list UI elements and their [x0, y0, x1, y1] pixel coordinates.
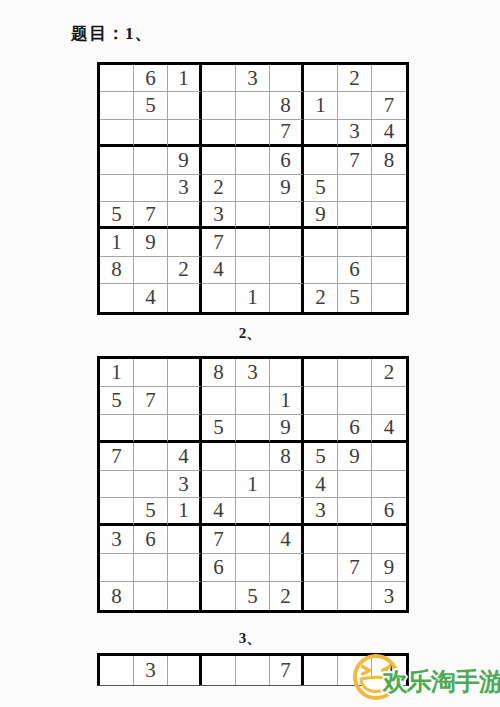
- sudoku-cell: [134, 175, 168, 202]
- sudoku-cell: 4: [134, 284, 168, 311]
- sudoku-cell: 6: [134, 526, 168, 554]
- sudoku-cell: 9: [372, 554, 406, 582]
- sudoku-cell: 7: [134, 387, 168, 415]
- sudoku-cell: 8: [100, 582, 134, 610]
- sudoku-cell: 1: [100, 359, 134, 387]
- sudoku-cell: [134, 257, 168, 284]
- sudoku-cell: [168, 526, 202, 554]
- sudoku-cell: 3: [236, 65, 270, 92]
- sudoku-cell: [134, 120, 168, 147]
- sudoku-cell: [168, 202, 202, 229]
- sudoku-cell: [270, 257, 304, 284]
- sudoku-cell: [100, 65, 134, 92]
- sudoku-cell: 3: [100, 526, 134, 554]
- sudoku-cell: 1: [100, 229, 134, 256]
- sudoku-cell: [372, 526, 406, 554]
- sudoku-cell: 9: [168, 147, 202, 174]
- sudoku-cell: 6: [372, 498, 406, 526]
- sudoku-cell: 3: [134, 656, 168, 685]
- sudoku-cell: 9: [134, 229, 168, 256]
- sudoku-cell: 1: [168, 498, 202, 526]
- sudoku-cell: [202, 582, 236, 610]
- sudoku-cell: 5: [304, 175, 338, 202]
- sudoku-cell: 2: [338, 65, 372, 92]
- sudoku-cell: 5: [134, 498, 168, 526]
- sudoku-cell: [202, 471, 236, 499]
- sudoku-cell: [236, 498, 270, 526]
- sudoku-cell: [100, 498, 134, 526]
- sudoku-cell: [134, 147, 168, 174]
- sudoku-cell: [270, 65, 304, 92]
- sudoku-cell: [338, 92, 372, 119]
- sudoku-cell: 2: [304, 284, 338, 311]
- sudoku-cell: 8: [270, 443, 304, 471]
- sudoku-cell: 5: [236, 582, 270, 610]
- sudoku-cell: [304, 387, 338, 415]
- sudoku-cell: 3: [372, 582, 406, 610]
- sudoku-cell: 8: [372, 147, 406, 174]
- sudoku-cell: 5: [100, 202, 134, 229]
- puzzle-2-label: 2、: [97, 324, 403, 343]
- sudoku-cell: [168, 120, 202, 147]
- sudoku-cell: 2: [168, 257, 202, 284]
- sudoku-cell: [202, 387, 236, 415]
- sudoku-cell: [236, 120, 270, 147]
- sudoku-cell: [372, 65, 406, 92]
- sudoku-cell: [338, 175, 372, 202]
- sudoku-cell: 4: [372, 120, 406, 147]
- sudoku-cell: [202, 65, 236, 92]
- sudoku-cell: 7: [338, 147, 372, 174]
- sudoku-cell: [100, 175, 134, 202]
- sudoku-cell: 6: [338, 415, 372, 443]
- sudoku-cell: 2: [372, 359, 406, 387]
- sudoku-cell: 4: [270, 526, 304, 554]
- sudoku-cell: [304, 120, 338, 147]
- sudoku-cell: [304, 147, 338, 174]
- sudoku-cell: 5: [202, 415, 236, 443]
- sudoku-cell: 2: [270, 582, 304, 610]
- sudoku-cell: [338, 359, 372, 387]
- sudoku-cell: [338, 498, 372, 526]
- sudoku-cell: 3: [168, 471, 202, 499]
- sudoku-cell: 3: [168, 175, 202, 202]
- sudoku-cell: [100, 147, 134, 174]
- sudoku-cell: [202, 92, 236, 119]
- sudoku-cell: [236, 443, 270, 471]
- sudoku-cell: [338, 582, 372, 610]
- sudoku-cell: [100, 471, 134, 499]
- sudoku-cell: [100, 415, 134, 443]
- sudoku-grid-1: 6132581773496783295573919782464125: [97, 62, 409, 315]
- sudoku-cell: [168, 387, 202, 415]
- sudoku-cell: [236, 415, 270, 443]
- sudoku-cell: [304, 582, 338, 610]
- sudoku-cell: 1: [236, 284, 270, 311]
- sudoku-cell: [202, 120, 236, 147]
- sudoku-cell: 9: [338, 443, 372, 471]
- sudoku-cell: 1: [168, 65, 202, 92]
- sudoku-cell: [236, 202, 270, 229]
- sudoku-cell: 4: [372, 415, 406, 443]
- sudoku-cell: [168, 359, 202, 387]
- sudoku-cell: 4: [202, 257, 236, 284]
- sudoku-cell: 3: [236, 359, 270, 387]
- sudoku-cell: [236, 175, 270, 202]
- sudoku-cell: [270, 229, 304, 256]
- sudoku-cell: [100, 120, 134, 147]
- sudoku-cell: 8: [202, 359, 236, 387]
- sudoku-cell: 7: [270, 656, 304, 685]
- sudoku-cell: [236, 526, 270, 554]
- worksheet-page: 题目：1、 6132581773496783295573919782464125…: [0, 0, 500, 707]
- sudoku-cell: [304, 359, 338, 387]
- sudoku-cell: [100, 92, 134, 119]
- sudoku-cell: [304, 415, 338, 443]
- sudoku-cell: [372, 175, 406, 202]
- sudoku-cell: [270, 554, 304, 582]
- sudoku-cell: [134, 415, 168, 443]
- sudoku-cell: 5: [304, 443, 338, 471]
- sudoku-cell: [338, 656, 372, 685]
- sudoku-cell: 1: [304, 92, 338, 119]
- sudoku-cell: 4: [372, 656, 406, 685]
- sudoku-cell: [168, 229, 202, 256]
- sudoku-cell: 6: [270, 147, 304, 174]
- sudoku-cell: [236, 554, 270, 582]
- sudoku-cell: [372, 284, 406, 311]
- sudoku-cell: 6: [134, 65, 168, 92]
- sudoku-cell: [372, 471, 406, 499]
- sudoku-cell: [134, 554, 168, 582]
- sudoku-cell: [100, 656, 134, 685]
- sudoku-cell: [236, 147, 270, 174]
- sudoku-cell: [168, 415, 202, 443]
- sudoku-cell: [372, 229, 406, 256]
- sudoku-cell: 9: [270, 415, 304, 443]
- sudoku-cell: 6: [338, 257, 372, 284]
- sudoku-cell: [202, 284, 236, 311]
- sudoku-cell: [304, 656, 338, 685]
- sudoku-cell: [236, 229, 270, 256]
- sudoku-cell: 7: [372, 92, 406, 119]
- sudoku-cell: [134, 582, 168, 610]
- sudoku-cell: 5: [100, 387, 134, 415]
- sudoku-cell: 7: [270, 120, 304, 147]
- sudoku-cell: 9: [304, 202, 338, 229]
- sudoku-cell: [168, 656, 202, 685]
- sudoku-cell: [304, 554, 338, 582]
- sudoku-cell: 8: [100, 257, 134, 284]
- sudoku-grid-2: 18325715964748593145143636746798523: [97, 356, 409, 613]
- sudoku-cell: [304, 229, 338, 256]
- sudoku-cell: 7: [134, 202, 168, 229]
- sudoku-cell: [338, 387, 372, 415]
- sudoku-cell: [338, 202, 372, 229]
- sudoku-cell: [304, 526, 338, 554]
- sudoku-cell: 8: [270, 92, 304, 119]
- sudoku-cell: 4: [168, 443, 202, 471]
- sudoku-cell: [304, 257, 338, 284]
- sudoku-cell: 3: [338, 120, 372, 147]
- sudoku-cell: [236, 92, 270, 119]
- sudoku-cell: [270, 202, 304, 229]
- sudoku-cell: 6: [202, 554, 236, 582]
- sudoku-cell: 2: [202, 175, 236, 202]
- sudoku-cell: [236, 656, 270, 685]
- sudoku-grid-3-partial: 374: [97, 653, 409, 686]
- sudoku-cell: [270, 284, 304, 311]
- sudoku-cell: [236, 387, 270, 415]
- sudoku-cell: 7: [100, 443, 134, 471]
- sudoku-cell: 1: [270, 387, 304, 415]
- sudoku-cell: 5: [338, 284, 372, 311]
- page-title: 题目：1、: [71, 22, 153, 45]
- sudoku-cell: [338, 229, 372, 256]
- sudoku-cell: [304, 65, 338, 92]
- sudoku-cell: [338, 471, 372, 499]
- sudoku-cell: 7: [338, 554, 372, 582]
- sudoku-cell: [168, 554, 202, 582]
- sudoku-cell: [236, 257, 270, 284]
- sudoku-cell: [134, 443, 168, 471]
- sudoku-cell: 1: [236, 471, 270, 499]
- sudoku-cell: [100, 554, 134, 582]
- sudoku-cell: 5: [134, 92, 168, 119]
- sudoku-cell: [270, 471, 304, 499]
- puzzle-3-label: 3、: [97, 629, 403, 648]
- sudoku-cell: [168, 582, 202, 610]
- sudoku-cell: [270, 498, 304, 526]
- sudoku-cell: [202, 147, 236, 174]
- sudoku-cell: [134, 471, 168, 499]
- sudoku-cell: 7: [202, 526, 236, 554]
- sudoku-cell: [134, 359, 168, 387]
- sudoku-cell: [372, 202, 406, 229]
- sudoku-cell: 9: [270, 175, 304, 202]
- sudoku-cell: 4: [304, 471, 338, 499]
- sudoku-cell: [372, 257, 406, 284]
- sudoku-cell: [338, 526, 372, 554]
- sudoku-cell: [372, 443, 406, 471]
- sudoku-cell: 3: [304, 498, 338, 526]
- sudoku-cell: [168, 92, 202, 119]
- sudoku-cell: [100, 284, 134, 311]
- sudoku-cell: 4: [202, 498, 236, 526]
- sudoku-cell: [372, 387, 406, 415]
- sudoku-cell: [202, 443, 236, 471]
- sudoku-cell: [270, 359, 304, 387]
- sudoku-cell: [168, 284, 202, 311]
- sudoku-cell: 7: [202, 229, 236, 256]
- sudoku-cell: 3: [202, 202, 236, 229]
- sudoku-cell: [202, 656, 236, 685]
